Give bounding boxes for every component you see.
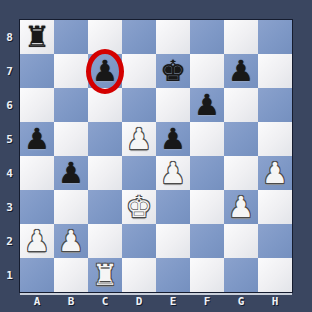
square-h1[interactable] xyxy=(258,258,292,292)
square-g8[interactable] xyxy=(224,20,258,54)
square-c3[interactable] xyxy=(88,190,122,224)
white-pawn: ♟ xyxy=(54,224,88,258)
square-e4[interactable]: ♟ xyxy=(156,156,190,190)
square-d3[interactable]: ♚ xyxy=(122,190,156,224)
square-e5[interactable]: ♟ xyxy=(156,122,190,156)
square-h7[interactable] xyxy=(258,54,292,88)
square-h4[interactable]: ♟ xyxy=(258,156,292,190)
square-g6[interactable] xyxy=(224,88,258,122)
rank-label-5: 5 xyxy=(0,122,19,156)
white-pawn: ♟ xyxy=(122,122,156,156)
square-b2[interactable]: ♟ xyxy=(54,224,88,258)
rank-label-6: 6 xyxy=(0,88,19,122)
black-rook: ♜ xyxy=(20,20,54,54)
square-g5[interactable] xyxy=(224,122,258,156)
square-b8[interactable] xyxy=(54,20,88,54)
square-f4[interactable] xyxy=(190,156,224,190)
file-label-c: C xyxy=(88,292,122,311)
square-b5[interactable] xyxy=(54,122,88,156)
square-c4[interactable] xyxy=(88,156,122,190)
square-c1[interactable]: ♜ xyxy=(88,258,122,292)
square-e3[interactable] xyxy=(156,190,190,224)
white-king: ♚ xyxy=(122,190,156,224)
square-a3[interactable] xyxy=(20,190,54,224)
rank-label-8: 8 xyxy=(0,20,19,54)
file-label-g: G xyxy=(224,292,258,311)
square-g3[interactable]: ♟ xyxy=(224,190,258,224)
file-label-a: A xyxy=(20,292,54,311)
rank-label-1: 1 xyxy=(0,258,19,292)
black-pawn: ♟ xyxy=(224,54,258,88)
file-label-d: D xyxy=(122,292,156,311)
square-a5[interactable]: ♟ xyxy=(20,122,54,156)
square-c8[interactable] xyxy=(88,20,122,54)
square-f5[interactable] xyxy=(190,122,224,156)
square-h5[interactable] xyxy=(258,122,292,156)
square-c7[interactable]: ♟ xyxy=(88,54,122,88)
square-h8[interactable] xyxy=(258,20,292,54)
white-pawn: ♟ xyxy=(20,224,54,258)
rank-label-4: 4 xyxy=(0,156,19,190)
square-d7[interactable] xyxy=(122,54,156,88)
file-label-e: E xyxy=(156,292,190,311)
black-pawn: ♟ xyxy=(54,156,88,190)
square-d4[interactable] xyxy=(122,156,156,190)
square-c5[interactable] xyxy=(88,122,122,156)
square-a4[interactable] xyxy=(20,156,54,190)
square-g7[interactable]: ♟ xyxy=(224,54,258,88)
square-d8[interactable] xyxy=(122,20,156,54)
file-label-b: B xyxy=(54,292,88,311)
square-a2[interactable]: ♟ xyxy=(20,224,54,258)
black-pawn: ♟ xyxy=(156,122,190,156)
square-e6[interactable] xyxy=(156,88,190,122)
black-king: ♚ xyxy=(156,54,190,88)
square-f2[interactable] xyxy=(190,224,224,258)
square-f8[interactable] xyxy=(190,20,224,54)
square-d2[interactable] xyxy=(122,224,156,258)
white-pawn: ♟ xyxy=(224,190,258,224)
square-f7[interactable] xyxy=(190,54,224,88)
rank-label-2: 2 xyxy=(0,224,19,258)
square-b1[interactable] xyxy=(54,258,88,292)
file-label-h: H xyxy=(258,292,292,311)
square-a8[interactable]: ♜ xyxy=(20,20,54,54)
square-h6[interactable] xyxy=(258,88,292,122)
black-pawn: ♟ xyxy=(190,88,224,122)
black-pawn: ♟ xyxy=(20,122,54,156)
chess-board: ♜♟♚♟♟♟♟♟♟♟♟♚♟♟♟♜ xyxy=(20,20,292,292)
white-rook: ♜ xyxy=(88,258,122,292)
square-d6[interactable] xyxy=(122,88,156,122)
square-a6[interactable] xyxy=(20,88,54,122)
square-e2[interactable] xyxy=(156,224,190,258)
square-g2[interactable] xyxy=(224,224,258,258)
file-label-f: F xyxy=(190,292,224,311)
black-pawn: ♟ xyxy=(88,54,122,88)
square-a7[interactable] xyxy=(20,54,54,88)
square-e8[interactable] xyxy=(156,20,190,54)
square-g4[interactable] xyxy=(224,156,258,190)
square-b6[interactable] xyxy=(54,88,88,122)
white-pawn: ♟ xyxy=(156,156,190,190)
square-c2[interactable] xyxy=(88,224,122,258)
square-b4[interactable]: ♟ xyxy=(54,156,88,190)
square-h3[interactable] xyxy=(258,190,292,224)
square-h2[interactable] xyxy=(258,224,292,258)
rank-label-7: 7 xyxy=(0,54,19,88)
white-pawn: ♟ xyxy=(258,156,292,190)
square-b7[interactable] xyxy=(54,54,88,88)
square-f6[interactable]: ♟ xyxy=(190,88,224,122)
square-e1[interactable] xyxy=(156,258,190,292)
square-a1[interactable] xyxy=(20,258,54,292)
square-f1[interactable] xyxy=(190,258,224,292)
square-f3[interactable] xyxy=(190,190,224,224)
square-d1[interactable] xyxy=(122,258,156,292)
square-b3[interactable] xyxy=(54,190,88,224)
square-d5[interactable]: ♟ xyxy=(122,122,156,156)
square-e7[interactable]: ♚ xyxy=(156,54,190,88)
rank-label-3: 3 xyxy=(0,190,19,224)
square-c6[interactable] xyxy=(88,88,122,122)
square-g1[interactable] xyxy=(224,258,258,292)
